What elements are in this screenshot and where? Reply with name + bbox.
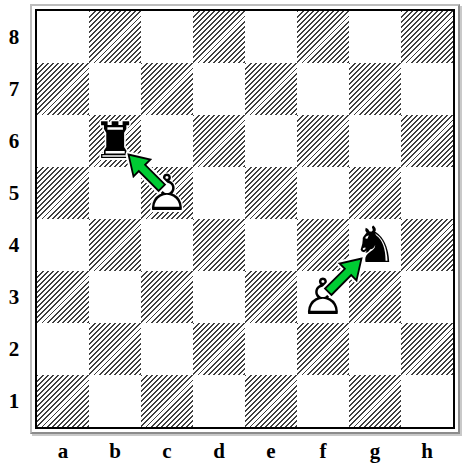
rank-label-3: 3 — [0, 271, 28, 323]
rank-label-8: 8 — [0, 11, 28, 63]
square-a7[interactable] — [37, 63, 89, 115]
square-g8[interactable] — [349, 11, 401, 63]
piece-black-rook[interactable]: ♜ — [89, 115, 141, 167]
square-f5[interactable] — [297, 167, 349, 219]
rank-label-2: 2 — [0, 323, 28, 375]
square-b2[interactable] — [89, 323, 141, 375]
square-b8[interactable] — [89, 11, 141, 63]
square-c4[interactable] — [141, 219, 193, 271]
square-h6[interactable] — [401, 115, 453, 167]
rank-label-6: 6 — [0, 115, 28, 167]
file-labels: a b c d e f g h — [37, 436, 453, 466]
square-c1[interactable] — [141, 375, 193, 427]
square-h2[interactable] — [401, 323, 453, 375]
rank-label-4: 4 — [0, 219, 28, 271]
square-h1[interactable] — [401, 375, 453, 427]
square-f8[interactable] — [297, 11, 349, 63]
square-h8[interactable] — [401, 11, 453, 63]
square-b3[interactable] — [89, 271, 141, 323]
square-b6[interactable]: ♜ — [89, 115, 141, 167]
square-a5[interactable] — [37, 167, 89, 219]
square-d6[interactable] — [193, 115, 245, 167]
square-e6[interactable] — [245, 115, 297, 167]
square-h5[interactable] — [401, 167, 453, 219]
square-b7[interactable] — [89, 63, 141, 115]
square-h3[interactable] — [401, 271, 453, 323]
square-d4[interactable] — [193, 219, 245, 271]
square-g1[interactable] — [349, 375, 401, 427]
square-e1[interactable] — [245, 375, 297, 427]
square-d1[interactable] — [193, 375, 245, 427]
square-d8[interactable] — [193, 11, 245, 63]
square-c3[interactable] — [141, 271, 193, 323]
square-e3[interactable] — [245, 271, 297, 323]
square-a4[interactable] — [37, 219, 89, 271]
square-f2[interactable] — [297, 323, 349, 375]
rank-labels: 8 7 6 5 4 3 2 1 — [0, 11, 28, 427]
square-a2[interactable] — [37, 323, 89, 375]
chess-diagram: 8 7 6 5 4 3 2 1 ♜♟♙♞♟♙ a b c d e f g h — [0, 0, 474, 470]
square-a1[interactable] — [37, 375, 89, 427]
square-f3[interactable]: ♟♙ — [297, 271, 349, 323]
square-f6[interactable] — [297, 115, 349, 167]
square-h4[interactable] — [401, 219, 453, 271]
square-b1[interactable] — [89, 375, 141, 427]
file-label-c: c — [141, 436, 193, 466]
square-g6[interactable] — [349, 115, 401, 167]
file-label-f: f — [297, 436, 349, 466]
square-g5[interactable] — [349, 167, 401, 219]
square-f4[interactable] — [297, 219, 349, 271]
square-a6[interactable] — [37, 115, 89, 167]
file-label-h: h — [401, 436, 453, 466]
board-grid: ♜♟♙♞♟♙ — [37, 11, 453, 427]
square-f7[interactable] — [297, 63, 349, 115]
file-label-g: g — [349, 436, 401, 466]
square-e8[interactable] — [245, 11, 297, 63]
square-g4[interactable]: ♞ — [349, 219, 401, 271]
rank-label-5: 5 — [0, 167, 28, 219]
square-c6[interactable] — [141, 115, 193, 167]
square-d5[interactable] — [193, 167, 245, 219]
piece-white-pawn[interactable]: ♙ — [297, 271, 349, 323]
square-g2[interactable] — [349, 323, 401, 375]
chess-board: ♜♟♙♞♟♙ — [35, 9, 455, 429]
square-e2[interactable] — [245, 323, 297, 375]
square-b5[interactable] — [89, 167, 141, 219]
piece-black-knight[interactable]: ♞ — [349, 219, 401, 271]
square-g3[interactable] — [349, 271, 401, 323]
square-c2[interactable] — [141, 323, 193, 375]
square-c8[interactable] — [141, 11, 193, 63]
square-d3[interactable] — [193, 271, 245, 323]
square-f1[interactable] — [297, 375, 349, 427]
square-e5[interactable] — [245, 167, 297, 219]
piece-white-pawn[interactable]: ♙ — [141, 167, 193, 219]
file-label-e: e — [245, 436, 297, 466]
square-c5[interactable]: ♟♙ — [141, 167, 193, 219]
square-d2[interactable] — [193, 323, 245, 375]
square-b4[interactable] — [89, 219, 141, 271]
board-frame: ♜♟♙♞♟♙ — [30, 4, 460, 434]
rank-label-1: 1 — [0, 375, 28, 427]
square-g7[interactable] — [349, 63, 401, 115]
file-label-d: d — [193, 436, 245, 466]
square-a3[interactable] — [37, 271, 89, 323]
file-label-a: a — [37, 436, 89, 466]
square-e4[interactable] — [245, 219, 297, 271]
square-h7[interactable] — [401, 63, 453, 115]
square-c7[interactable] — [141, 63, 193, 115]
square-a8[interactable] — [37, 11, 89, 63]
file-label-b: b — [89, 436, 141, 466]
square-e7[interactable] — [245, 63, 297, 115]
rank-label-7: 7 — [0, 63, 28, 115]
square-d7[interactable] — [193, 63, 245, 115]
